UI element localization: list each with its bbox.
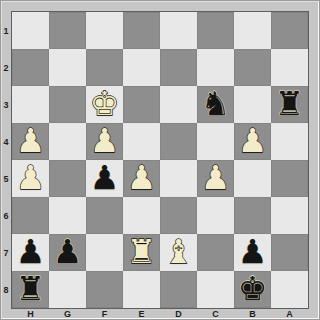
white-pawn[interactable]: ♟: [201, 161, 231, 194]
square-f8[interactable]: [86, 271, 123, 308]
square-d1[interactable]: [160, 12, 197, 49]
square-f5[interactable]: ♟: [86, 160, 123, 197]
square-b1[interactable]: [234, 12, 271, 49]
square-c5[interactable]: ♟: [197, 160, 234, 197]
file-label-g: G: [49, 307, 86, 320]
black-pawn[interactable]: ♟: [238, 235, 268, 268]
file-label-e: E: [123, 307, 160, 320]
black-rook[interactable]: ♜: [16, 272, 46, 305]
square-c2[interactable]: [197, 49, 234, 86]
square-c6[interactable]: [197, 197, 234, 234]
square-f4[interactable]: ♟: [86, 123, 123, 160]
file-label-d: D: [160, 307, 197, 320]
black-pawn[interactable]: ♟: [16, 235, 46, 268]
square-e6[interactable]: [123, 197, 160, 234]
file-label-b: B: [234, 307, 271, 320]
rank-labels: 12345678: [1, 12, 11, 308]
chess-diagram-frame: 12345678 ♚♞♜♟♟♟♟♟♟♟♟♟♜♝♟♜♚ HGFEDCBA: [0, 0, 320, 320]
square-c8[interactable]: [197, 271, 234, 308]
rank-label-4: 4: [1, 123, 11, 160]
white-pawn[interactable]: ♟: [127, 161, 157, 194]
square-c1[interactable]: [197, 12, 234, 49]
file-label-a: A: [271, 307, 308, 320]
rank-label-6: 6: [1, 197, 11, 234]
square-c7[interactable]: [197, 234, 234, 271]
square-a7[interactable]: [271, 234, 308, 271]
square-h7[interactable]: ♟: [12, 234, 49, 271]
square-g5[interactable]: [49, 160, 86, 197]
square-b7[interactable]: ♟: [234, 234, 271, 271]
black-knight[interactable]: ♞: [201, 87, 231, 120]
rank-label-8: 8: [1, 271, 11, 308]
square-g4[interactable]: [49, 123, 86, 160]
black-pawn[interactable]: ♟: [53, 235, 83, 268]
square-b4[interactable]: ♟: [234, 123, 271, 160]
square-a1[interactable]: [271, 12, 308, 49]
white-rook[interactable]: ♜: [127, 235, 157, 268]
square-a5[interactable]: [271, 160, 308, 197]
square-e2[interactable]: [123, 49, 160, 86]
white-pawn[interactable]: ♟: [90, 124, 120, 157]
square-b8[interactable]: ♚: [234, 271, 271, 308]
square-a4[interactable]: [271, 123, 308, 160]
chess-board: ♚♞♜♟♟♟♟♟♟♟♟♟♜♝♟♜♚: [11, 11, 309, 309]
square-c3[interactable]: ♞: [197, 86, 234, 123]
file-label-h: H: [12, 307, 49, 320]
square-e7[interactable]: ♜: [123, 234, 160, 271]
square-d6[interactable]: [160, 197, 197, 234]
white-pawn[interactable]: ♟: [16, 161, 46, 194]
rank-label-7: 7: [1, 234, 11, 271]
file-label-c: C: [197, 307, 234, 320]
white-king[interactable]: ♚: [90, 87, 120, 120]
square-d7[interactable]: ♝: [160, 234, 197, 271]
file-label-f: F: [86, 307, 123, 320]
black-king[interactable]: ♚: [238, 272, 268, 305]
square-b2[interactable]: [234, 49, 271, 86]
square-b6[interactable]: [234, 197, 271, 234]
square-d4[interactable]: [160, 123, 197, 160]
black-rook[interactable]: ♜: [275, 87, 305, 120]
square-a8[interactable]: [271, 271, 308, 308]
square-h1[interactable]: [12, 12, 49, 49]
square-e3[interactable]: [123, 86, 160, 123]
square-e4[interactable]: [123, 123, 160, 160]
file-labels: HGFEDCBA: [12, 307, 308, 320]
square-h8[interactable]: ♜: [12, 271, 49, 308]
square-a3[interactable]: ♜: [271, 86, 308, 123]
square-h4[interactable]: ♟: [12, 123, 49, 160]
square-f1[interactable]: [86, 12, 123, 49]
square-c4[interactable]: [197, 123, 234, 160]
square-f2[interactable]: [86, 49, 123, 86]
rank-label-1: 1: [1, 12, 11, 49]
square-d3[interactable]: [160, 86, 197, 123]
rank-label-2: 2: [1, 49, 11, 86]
square-h2[interactable]: [12, 49, 49, 86]
square-e8[interactable]: [123, 271, 160, 308]
square-f3[interactable]: ♚: [86, 86, 123, 123]
white-bishop[interactable]: ♝: [164, 235, 194, 268]
rank-label-3: 3: [1, 86, 11, 123]
square-h3[interactable]: [12, 86, 49, 123]
rank-label-5: 5: [1, 160, 11, 197]
square-g6[interactable]: [49, 197, 86, 234]
square-g3[interactable]: [49, 86, 86, 123]
square-a6[interactable]: [271, 197, 308, 234]
white-pawn[interactable]: ♟: [238, 124, 268, 157]
square-d8[interactable]: [160, 271, 197, 308]
square-g1[interactable]: [49, 12, 86, 49]
square-a2[interactable]: [271, 49, 308, 86]
square-g2[interactable]: [49, 49, 86, 86]
square-e1[interactable]: [123, 12, 160, 49]
square-h6[interactable]: [12, 197, 49, 234]
square-h5[interactable]: ♟: [12, 160, 49, 197]
square-f7[interactable]: [86, 234, 123, 271]
square-b5[interactable]: [234, 160, 271, 197]
black-pawn[interactable]: ♟: [90, 161, 120, 194]
square-b3[interactable]: [234, 86, 271, 123]
white-pawn[interactable]: ♟: [16, 124, 46, 157]
square-g7[interactable]: ♟: [49, 234, 86, 271]
square-f6[interactable]: [86, 197, 123, 234]
square-g8[interactable]: [49, 271, 86, 308]
square-d2[interactable]: [160, 49, 197, 86]
square-d5[interactable]: [160, 160, 197, 197]
square-e5[interactable]: ♟: [123, 160, 160, 197]
